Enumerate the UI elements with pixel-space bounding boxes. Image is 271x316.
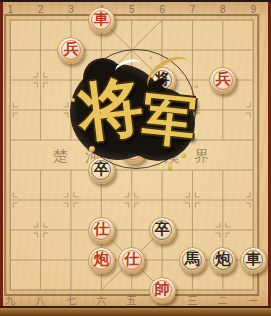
piece-character: 仕 [94, 222, 109, 237]
file-label-top: 2 [31, 3, 51, 16]
piece-black-general[interactable]: 将 [149, 67, 176, 94]
piece-character: 仕 [124, 252, 139, 267]
piece-red-soldier[interactable]: 兵 [209, 67, 236, 94]
piece-black-soldier[interactable]: 卒 [149, 217, 176, 244]
xiangqi-board: 123456789 九八七六五四三二一 楚河 漢界 車兵将兵馬卒仕卒炮仕馬炮車帥… [3, 2, 268, 306]
screen-top-edge [0, 0, 271, 2]
piece-character: 帥 [155, 282, 170, 297]
piece-red-advisor[interactable]: 仕 [118, 247, 145, 274]
piece-character: 卒 [94, 162, 109, 177]
file-label-top: 3 [61, 3, 81, 16]
piece-character: 馬 [126, 142, 141, 157]
piece-black-soldier[interactable]: 卒 [88, 157, 115, 184]
piece-character: 馬 [185, 252, 200, 267]
piece-character: 兵 [215, 72, 230, 87]
piece-character: 車 [94, 12, 109, 27]
piece-red-advisor[interactable]: 仕 [88, 217, 115, 244]
file-label-top: 1 [0, 3, 20, 16]
file-label-top: 5 [122, 3, 142, 16]
river-label-right: 漢界 [164, 148, 224, 165]
file-label-top: 6 [152, 3, 172, 16]
piece-red-general[interactable]: 帥 [149, 277, 176, 304]
piece-character: 車 [246, 252, 261, 267]
file-label-top: 8 [213, 3, 233, 16]
file-label-top: 7 [182, 3, 202, 16]
piece-black-horse[interactable]: 馬 [179, 247, 206, 274]
table-edge [0, 306, 271, 316]
piece-character: 兵 [63, 42, 78, 57]
piece-black-cannon[interactable]: 炮 [209, 247, 236, 274]
piece-character: 卒 [155, 222, 170, 237]
piece-character: 炮 [94, 252, 109, 267]
piece-red-soldier[interactable]: 兵 [57, 37, 84, 64]
piece-red-chariot[interactable]: 車 [88, 7, 115, 34]
piece-black-chariot[interactable]: 車 [240, 247, 267, 274]
piece-character: 将 [155, 72, 170, 87]
piece-red-cannon[interactable]: 炮 [88, 247, 115, 274]
piece-red-horse[interactable]: 馬 [120, 137, 147, 164]
piece-character: 炮 [215, 252, 230, 267]
file-label-top: 9 [243, 3, 263, 16]
